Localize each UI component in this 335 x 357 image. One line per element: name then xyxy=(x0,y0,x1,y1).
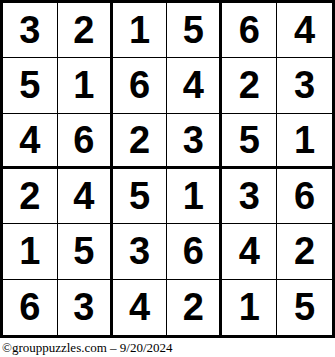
sudoku-cell-r4c1[interactable]: 2 xyxy=(3,169,58,224)
sudoku-cell-r1c6[interactable]: 4 xyxy=(277,3,332,58)
sudoku-cell-r3c2[interactable]: 6 xyxy=(58,114,113,169)
sudoku-page: 321564516423462351245136153642634215 ©gr… xyxy=(0,0,335,357)
sudoku-cell-r6c6[interactable]: 5 xyxy=(277,280,332,335)
sudoku-cell-r1c5[interactable]: 6 xyxy=(222,3,277,58)
sudoku-cell-r5c5[interactable]: 4 xyxy=(222,224,277,279)
sudoku-cell-r4c2[interactable]: 4 xyxy=(58,169,113,224)
sudoku-cell-r5c4[interactable]: 6 xyxy=(167,224,222,279)
sudoku-cell-r6c3[interactable]: 4 xyxy=(113,280,168,335)
sudoku-cell-r2c3[interactable]: 6 xyxy=(113,58,168,113)
sudoku-cell-r4c5[interactable]: 3 xyxy=(222,169,277,224)
sudoku-cell-r1c4[interactable]: 5 xyxy=(167,3,222,58)
sudoku-cell-r4c3[interactable]: 5 xyxy=(113,169,168,224)
sudoku-cell-r5c2[interactable]: 5 xyxy=(58,224,113,279)
sudoku-cell-r2c4[interactable]: 4 xyxy=(167,58,222,113)
sudoku-cell-r2c2[interactable]: 1 xyxy=(58,58,113,113)
sudoku-cell-r6c2[interactable]: 3 xyxy=(58,280,113,335)
sudoku-cell-r2c1[interactable]: 5 xyxy=(3,58,58,113)
copyright-credit: ©grouppuzzles.com – 9/20/2024 xyxy=(2,340,173,356)
sudoku-cell-r6c4[interactable]: 2 xyxy=(167,280,222,335)
sudoku-cell-r1c2[interactable]: 2 xyxy=(58,3,113,58)
sudoku-cell-r2c6[interactable]: 3 xyxy=(277,58,332,113)
sudoku-cell-r4c4[interactable]: 1 xyxy=(167,169,222,224)
sudoku-cell-r5c1[interactable]: 1 xyxy=(3,224,58,279)
sudoku-cell-r3c3[interactable]: 2 xyxy=(113,114,168,169)
sudoku-cell-r6c5[interactable]: 1 xyxy=(222,280,277,335)
sudoku-cell-r3c1[interactable]: 4 xyxy=(3,114,58,169)
sudoku-cell-r5c6[interactable]: 2 xyxy=(277,224,332,279)
sudoku-cell-r2c5[interactable]: 2 xyxy=(222,58,277,113)
sudoku-cell-r6c1[interactable]: 6 xyxy=(3,280,58,335)
sudoku-cell-r5c3[interactable]: 3 xyxy=(113,224,168,279)
sudoku-cell-r3c4[interactable]: 3 xyxy=(167,114,222,169)
sudoku-board: 321564516423462351245136153642634215 xyxy=(0,0,335,338)
sudoku-cell-r3c6[interactable]: 1 xyxy=(277,114,332,169)
sudoku-cell-r3c5[interactable]: 5 xyxy=(222,114,277,169)
sudoku-cell-r4c6[interactable]: 6 xyxy=(277,169,332,224)
sudoku-cell-r1c3[interactable]: 1 xyxy=(113,3,168,58)
sudoku-cell-r1c1[interactable]: 3 xyxy=(3,3,58,58)
